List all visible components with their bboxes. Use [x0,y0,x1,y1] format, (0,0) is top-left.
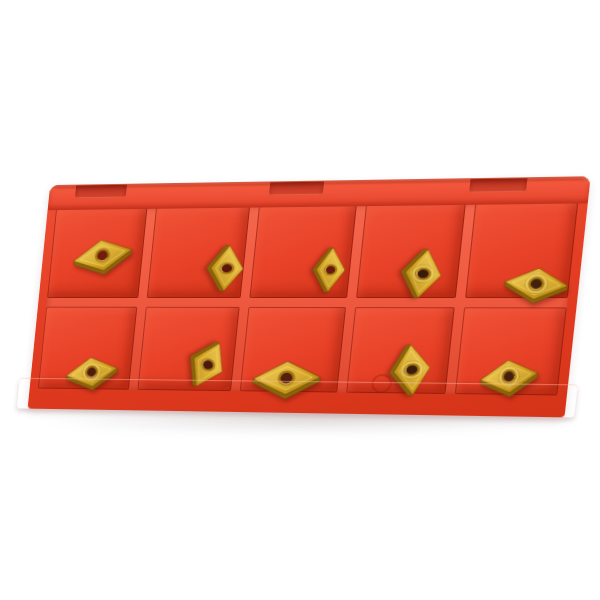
rim-notch [75,185,127,198]
carbide-insert [393,246,448,301]
insert-tray [28,176,591,417]
rim-notch [269,182,324,196]
carbide-insert [71,232,135,282]
carbide-insert [201,244,248,293]
product-photo [0,0,600,600]
carbide-insert [308,247,350,294]
rim-notch [469,178,527,192]
carbide-insert [500,264,572,308]
